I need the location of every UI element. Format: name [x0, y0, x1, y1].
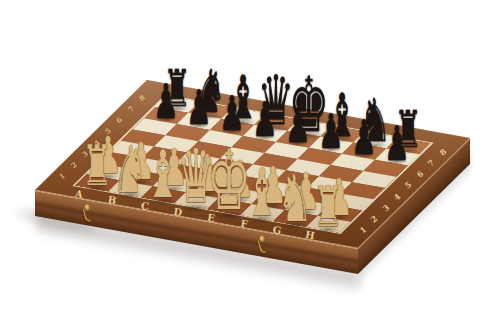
brass-latch-icon	[258, 235, 266, 257]
latch-hook-icon	[258, 239, 266, 254]
chess-set-photo: ABCDEFGH1122334455667788 ♜♞♝♛♚♝♞♜♟♟♟♟♟♟♟…	[0, 0, 500, 333]
brass-latch-icon	[83, 204, 91, 226]
latch-hook-icon	[83, 208, 91, 223]
